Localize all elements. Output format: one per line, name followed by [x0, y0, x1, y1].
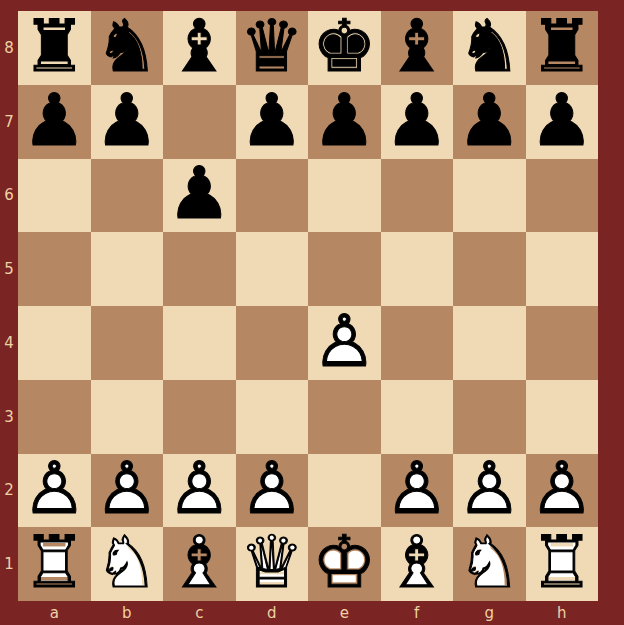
square-e6[interactable] — [308, 159, 381, 233]
chess-board-frame: 87654321 ♜♞♝♛♚♝♞♜♟♟♟♟♟♟♟♟♟♙♟♙♟♙♟♙♟♙♟♙♟♙♟… — [0, 0, 624, 625]
square-h8[interactable]: ♜ — [526, 11, 599, 85]
piece-white-pawn-a2[interactable]: ♟♙ — [22, 454, 87, 526]
square-d7[interactable]: ♟ — [236, 85, 309, 159]
square-b4[interactable] — [91, 306, 164, 380]
square-a6[interactable] — [18, 159, 91, 233]
piece-black-rook-a8[interactable]: ♜ — [22, 12, 87, 84]
square-g2[interactable]: ♟♙ — [453, 454, 526, 528]
square-e4[interactable]: ♟♙ — [308, 306, 381, 380]
white-rook-outline: ♖ — [22, 526, 87, 598]
square-e5[interactable] — [308, 232, 381, 306]
piece-white-bishop-c1[interactable]: ♝♗ — [167, 528, 232, 600]
black-bishop-glyph: ♝ — [384, 10, 449, 82]
square-a2[interactable]: ♟♙ — [18, 454, 91, 528]
white-pawn-outline: ♙ — [384, 452, 449, 524]
square-b1[interactable]: ♞♘ — [91, 527, 164, 601]
white-king-outline: ♔ — [312, 526, 377, 598]
white-queen-outline: ♕ — [239, 526, 304, 598]
file-label-c: c — [163, 601, 236, 625]
white-pawn-outline: ♙ — [167, 452, 232, 524]
square-a5[interactable] — [18, 232, 91, 306]
piece-black-pawn-f7[interactable]: ♟ — [384, 86, 449, 158]
white-pawn-outline: ♙ — [94, 452, 159, 524]
square-d1[interactable]: ♛♕ — [236, 527, 309, 601]
file-label-b: b — [91, 601, 164, 625]
black-pawn-glyph: ♟ — [529, 84, 594, 156]
rank-label-1: 1 — [0, 527, 18, 601]
square-a8[interactable]: ♜ — [18, 11, 91, 85]
white-knight-outline: ♘ — [457, 526, 522, 598]
square-b6[interactable] — [91, 159, 164, 233]
white-pawn-outline: ♙ — [239, 452, 304, 524]
square-b7[interactable]: ♟ — [91, 85, 164, 159]
square-e3[interactable] — [308, 380, 381, 454]
square-f8[interactable]: ♝ — [381, 11, 454, 85]
piece-white-pawn-e4[interactable]: ♟♙ — [312, 307, 377, 379]
rank-label-3: 3 — [0, 380, 18, 454]
piece-black-pawn-g7[interactable]: ♟ — [457, 86, 522, 158]
black-knight-glyph: ♞ — [94, 10, 159, 82]
piece-black-knight-b8[interactable]: ♞ — [94, 12, 159, 84]
piece-black-pawn-e7[interactable]: ♟ — [312, 86, 377, 158]
rank-label-8: 8 — [0, 11, 18, 85]
piece-black-pawn-h7[interactable]: ♟ — [529, 86, 594, 158]
white-rook-outline: ♖ — [529, 526, 594, 598]
square-c8[interactable]: ♝ — [163, 11, 236, 85]
black-pawn-glyph: ♟ — [239, 84, 304, 156]
square-d5[interactable] — [236, 232, 309, 306]
piece-black-knight-g8[interactable]: ♞ — [457, 12, 522, 84]
square-c2[interactable]: ♟♙ — [163, 454, 236, 528]
black-rook-glyph: ♜ — [22, 10, 87, 82]
square-h4[interactable] — [526, 306, 599, 380]
square-g3[interactable] — [453, 380, 526, 454]
square-g5[interactable] — [453, 232, 526, 306]
piece-white-pawn-f2[interactable]: ♟♙ — [384, 454, 449, 526]
square-e1[interactable]: ♚♔ — [308, 527, 381, 601]
square-b2[interactable]: ♟♙ — [91, 454, 164, 528]
black-queen-glyph: ♛ — [239, 10, 304, 82]
square-f7[interactable]: ♟ — [381, 85, 454, 159]
piece-white-pawn-h2[interactable]: ♟♙ — [529, 454, 594, 526]
piece-black-queen-d8[interactable]: ♛ — [239, 12, 304, 84]
black-rook-glyph: ♜ — [529, 10, 594, 82]
square-f2[interactable]: ♟♙ — [381, 454, 454, 528]
square-a7[interactable]: ♟ — [18, 85, 91, 159]
rank-label-5: 5 — [0, 232, 18, 306]
square-c3[interactable] — [163, 380, 236, 454]
square-f5[interactable] — [381, 232, 454, 306]
square-f4[interactable] — [381, 306, 454, 380]
white-pawn-outline: ♙ — [457, 452, 522, 524]
square-e8[interactable]: ♚ — [308, 11, 381, 85]
file-label-a: a — [18, 601, 91, 625]
square-d6[interactable] — [236, 159, 309, 233]
square-h2[interactable]: ♟♙ — [526, 454, 599, 528]
black-pawn-glyph: ♟ — [457, 84, 522, 156]
square-a3[interactable] — [18, 380, 91, 454]
piece-black-king-e8[interactable]: ♚ — [312, 12, 377, 84]
black-pawn-glyph: ♟ — [22, 84, 87, 156]
square-h7[interactable]: ♟ — [526, 85, 599, 159]
square-h5[interactable] — [526, 232, 599, 306]
piece-white-knight-b1[interactable]: ♞♘ — [94, 528, 159, 600]
piece-white-pawn-c2[interactable]: ♟♙ — [167, 454, 232, 526]
piece-black-pawn-c6[interactable]: ♟ — [167, 159, 232, 231]
piece-white-rook-a1[interactable]: ♜♖ — [22, 528, 87, 600]
piece-white-pawn-d2[interactable]: ♟♙ — [239, 454, 304, 526]
square-f3[interactable] — [381, 380, 454, 454]
square-a1[interactable]: ♜♖ — [18, 527, 91, 601]
square-g7[interactable]: ♟ — [453, 85, 526, 159]
piece-black-pawn-b7[interactable]: ♟ — [94, 86, 159, 158]
square-c6[interactable]: ♟ — [163, 159, 236, 233]
black-pawn-glyph: ♟ — [384, 84, 449, 156]
rank-label-7: 7 — [0, 85, 18, 159]
square-d3[interactable] — [236, 380, 309, 454]
file-label-e: e — [308, 601, 381, 625]
rank-label-2: 2 — [0, 454, 18, 528]
square-c7[interactable] — [163, 85, 236, 159]
chess-board: ♜♞♝♛♚♝♞♜♟♟♟♟♟♟♟♟♟♙♟♙♟♙♟♙♟♙♟♙♟♙♟♙♜♖♞♘♝♗♛♕… — [18, 11, 598, 601]
square-f1[interactable]: ♝♗ — [381, 527, 454, 601]
white-pawn-outline: ♙ — [529, 452, 594, 524]
rank-labels: 87654321 — [0, 11, 18, 601]
piece-black-pawn-a7[interactable]: ♟ — [22, 86, 87, 158]
file-label-f: f — [381, 601, 454, 625]
file-label-h: h — [526, 601, 599, 625]
square-c4[interactable] — [163, 306, 236, 380]
square-g1[interactable]: ♞♘ — [453, 527, 526, 601]
piece-white-king-e1[interactable]: ♚♔ — [312, 528, 377, 600]
black-knight-glyph: ♞ — [457, 10, 522, 82]
white-knight-outline: ♘ — [94, 526, 159, 598]
file-label-g: g — [453, 601, 526, 625]
black-king-glyph: ♚ — [312, 10, 377, 82]
square-f6[interactable] — [381, 159, 454, 233]
square-b3[interactable] — [91, 380, 164, 454]
square-h6[interactable] — [526, 159, 599, 233]
piece-white-bishop-f1[interactable]: ♝♗ — [384, 528, 449, 600]
piece-white-pawn-b2[interactable]: ♟♙ — [94, 454, 159, 526]
square-e7[interactable]: ♟ — [308, 85, 381, 159]
white-bishop-outline: ♗ — [167, 526, 232, 598]
piece-white-pawn-g2[interactable]: ♟♙ — [457, 454, 522, 526]
square-d4[interactable] — [236, 306, 309, 380]
white-pawn-outline: ♙ — [22, 452, 87, 524]
black-bishop-glyph: ♝ — [167, 10, 232, 82]
white-pawn-outline: ♙ — [312, 305, 377, 377]
piece-white-knight-g1[interactable]: ♞♘ — [457, 528, 522, 600]
piece-black-pawn-d7[interactable]: ♟ — [239, 86, 304, 158]
square-g8[interactable]: ♞ — [453, 11, 526, 85]
white-bishop-outline: ♗ — [384, 526, 449, 598]
file-labels: abcdefgh — [18, 601, 598, 625]
rank-label-4: 4 — [0, 306, 18, 380]
square-b5[interactable] — [91, 232, 164, 306]
file-label-d: d — [236, 601, 309, 625]
rank-label-6: 6 — [0, 159, 18, 233]
square-c1[interactable]: ♝♗ — [163, 527, 236, 601]
square-d2[interactable]: ♟♙ — [236, 454, 309, 528]
square-h3[interactable] — [526, 380, 599, 454]
piece-white-rook-h1[interactable]: ♜♖ — [529, 528, 594, 600]
black-pawn-glyph: ♟ — [167, 157, 232, 229]
piece-black-bishop-c8[interactable]: ♝ — [167, 12, 232, 84]
black-pawn-glyph: ♟ — [94, 84, 159, 156]
black-pawn-glyph: ♟ — [312, 84, 377, 156]
piece-white-queen-d1[interactable]: ♛♕ — [239, 528, 304, 600]
piece-black-bishop-f8[interactable]: ♝ — [384, 12, 449, 84]
square-g4[interactable] — [453, 306, 526, 380]
square-d8[interactable]: ♛ — [236, 11, 309, 85]
square-a4[interactable] — [18, 306, 91, 380]
square-c5[interactable] — [163, 232, 236, 306]
square-e2[interactable] — [308, 454, 381, 528]
square-g6[interactable] — [453, 159, 526, 233]
square-h1[interactable]: ♜♖ — [526, 527, 599, 601]
piece-black-rook-h8[interactable]: ♜ — [529, 12, 594, 84]
square-b8[interactable]: ♞ — [91, 11, 164, 85]
